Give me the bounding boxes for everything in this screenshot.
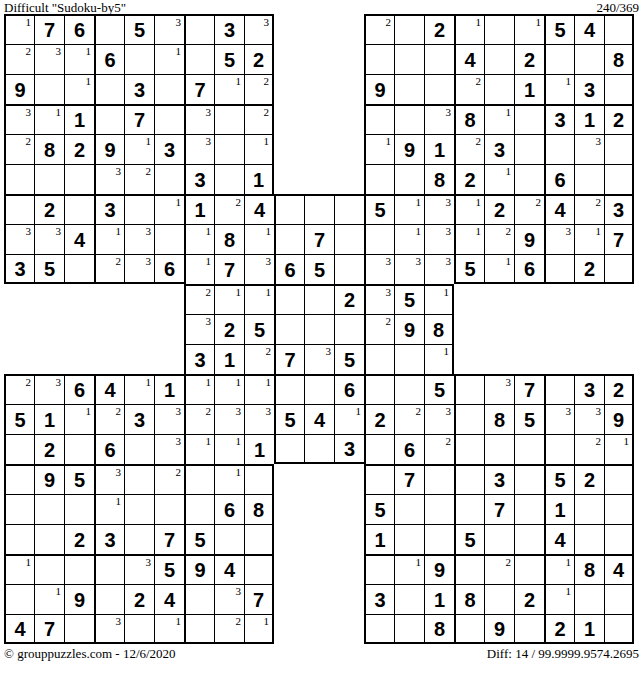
cell-r3c2[interactable]	[34, 74, 64, 104]
cell-r16c17[interactable]: 3	[484, 464, 514, 494]
cell-r17c8[interactable]: 6	[214, 494, 244, 524]
cell-r18c20[interactable]	[574, 524, 604, 554]
cell-r9c3[interactable]	[64, 254, 94, 284]
cell-r7c12[interactable]	[334, 194, 364, 224]
cell-r21c3[interactable]	[64, 614, 94, 644]
cell-r7c9[interactable]: 4	[244, 194, 274, 224]
cell-r11c8[interactable]: 2	[214, 314, 244, 344]
cell-r20c3[interactable]: 9	[64, 584, 94, 614]
cell-r21c16[interactable]	[454, 614, 484, 644]
cell-r4c8[interactable]	[214, 104, 244, 134]
cell-r20c13[interactable]: 3	[364, 584, 394, 614]
cell-r13c16[interactable]	[454, 374, 484, 404]
cell-r13c13[interactable]	[364, 374, 394, 404]
cell-r9c5[interactable]: 3	[124, 254, 154, 284]
cell-r15c19[interactable]	[544, 434, 574, 464]
cell-r20c6[interactable]: 4	[154, 584, 184, 614]
cell-r15c16[interactable]	[454, 434, 484, 464]
cell-r4c16[interactable]: 8	[454, 104, 484, 134]
cell-r16c8[interactable]: 1	[214, 464, 244, 494]
cell-r18c16[interactable]: 5	[454, 524, 484, 554]
cell-r21c9[interactable]: 1	[244, 614, 274, 644]
cell-r17c15[interactable]	[424, 494, 454, 524]
cell-r3c4[interactable]	[94, 74, 124, 104]
cell-r1c6[interactable]: 3	[154, 14, 184, 44]
cell-r17c4[interactable]: 1	[94, 494, 124, 524]
cell-r1c2[interactable]: 7	[34, 14, 64, 44]
cell-r19c21[interactable]: 4	[604, 554, 634, 584]
cell-r13c1[interactable]: 2	[4, 374, 34, 404]
cell-r2c20[interactable]	[574, 44, 604, 74]
cell-r18c19[interactable]: 4	[544, 524, 574, 554]
cell-r5c13[interactable]: 1	[364, 134, 394, 164]
cell-r9c11[interactable]: 5	[304, 254, 334, 284]
cell-r1c14[interactable]	[394, 14, 424, 44]
cell-r10c9[interactable]: 1	[244, 284, 274, 314]
cell-r1c5[interactable]: 5	[124, 14, 154, 44]
cell-r18c21[interactable]	[604, 524, 634, 554]
cell-r21c20[interactable]: 1	[574, 614, 604, 644]
cell-r15c8[interactable]: 1	[214, 434, 244, 464]
cell-r15c13[interactable]	[364, 434, 394, 464]
cell-r9c13[interactable]: 3	[364, 254, 394, 284]
cell-r14c17[interactable]: 8	[484, 404, 514, 434]
cell-r14c11[interactable]: 4	[304, 404, 334, 434]
cell-r17c14[interactable]	[394, 494, 424, 524]
cell-r21c1[interactable]: 4	[4, 614, 34, 644]
cell-r1c16[interactable]: 1	[454, 14, 484, 44]
cell-r21c17[interactable]: 9	[484, 614, 514, 644]
cell-r15c1[interactable]	[4, 434, 34, 464]
cell-r20c9[interactable]: 7	[244, 584, 274, 614]
cell-r3c6[interactable]	[154, 74, 184, 104]
cell-r16c2[interactable]: 9	[34, 464, 64, 494]
cell-r1c17[interactable]	[484, 14, 514, 44]
cell-r4c18[interactable]	[514, 104, 544, 134]
cell-r2c19[interactable]	[544, 44, 574, 74]
cell-r2c16[interactable]: 4	[454, 44, 484, 74]
cell-r8c13[interactable]	[364, 224, 394, 254]
cell-r14c4[interactable]: 2	[94, 404, 124, 434]
cell-r4c4[interactable]	[94, 104, 124, 134]
cell-r4c6[interactable]	[154, 104, 184, 134]
cell-r18c7[interactable]: 5	[184, 524, 214, 554]
cell-r6c4[interactable]: 3	[94, 164, 124, 194]
cell-r18c15[interactable]	[424, 524, 454, 554]
cell-r19c6[interactable]: 5	[154, 554, 184, 584]
cell-r6c21[interactable]	[604, 164, 634, 194]
cell-r3c18[interactable]: 1	[514, 74, 544, 104]
cell-r13c8[interactable]: 1	[214, 374, 244, 404]
cell-r17c13[interactable]: 5	[364, 494, 394, 524]
cell-r15c21[interactable]: 1	[604, 434, 634, 464]
cell-r2c5[interactable]	[124, 44, 154, 74]
cell-r13c18[interactable]: 7	[514, 374, 544, 404]
cell-r19c14[interactable]: 1	[394, 554, 424, 584]
cell-r7c18[interactable]: 2	[514, 194, 544, 224]
cell-r21c13[interactable]	[364, 614, 394, 644]
cell-r8c17[interactable]: 2	[484, 224, 514, 254]
cell-r9c12[interactable]	[334, 254, 364, 284]
cell-r10c15[interactable]: 1	[424, 284, 454, 314]
cell-r16c19[interactable]: 5	[544, 464, 574, 494]
cell-r19c7[interactable]: 9	[184, 554, 214, 584]
cell-r3c9[interactable]: 2	[244, 74, 274, 104]
cell-r15c3[interactable]	[64, 434, 94, 464]
cell-r19c19[interactable]: 1	[544, 554, 574, 584]
cell-r14c1[interactable]: 5	[4, 404, 34, 434]
cell-r13c19[interactable]	[544, 374, 574, 404]
cell-r5c8[interactable]	[214, 134, 244, 164]
cell-r3c19[interactable]: 1	[544, 74, 574, 104]
cell-r6c14[interactable]	[394, 164, 424, 194]
cell-r18c5[interactable]	[124, 524, 154, 554]
cell-r8c10[interactable]	[274, 224, 304, 254]
cell-r12c7[interactable]: 3	[184, 344, 214, 374]
cell-r15c17[interactable]	[484, 434, 514, 464]
cell-r7c1[interactable]	[4, 194, 34, 224]
cell-r3c1[interactable]: 9	[4, 74, 34, 104]
cell-r13c2[interactable]: 3	[34, 374, 64, 404]
cell-r13c17[interactable]: 3	[484, 374, 514, 404]
cell-r10c14[interactable]: 5	[394, 284, 424, 314]
cell-r8c11[interactable]: 7	[304, 224, 334, 254]
cell-r6c5[interactable]: 2	[124, 164, 154, 194]
cell-r7c4[interactable]: 3	[94, 194, 124, 224]
cell-r1c4[interactable]	[94, 14, 124, 44]
cell-r9c20[interactable]: 2	[574, 254, 604, 284]
cell-r17c7[interactable]	[184, 494, 214, 524]
cell-r5c4[interactable]: 9	[94, 134, 124, 164]
cell-r9c2[interactable]: 5	[34, 254, 64, 284]
cell-r16c6[interactable]: 2	[154, 464, 184, 494]
cell-r1c3[interactable]: 6	[64, 14, 94, 44]
cell-r8c8[interactable]: 8	[214, 224, 244, 254]
cell-r10c8[interactable]: 1	[214, 284, 244, 314]
cell-r17c5[interactable]	[124, 494, 154, 524]
cell-r14c15[interactable]: 3	[424, 404, 454, 434]
cell-r11c10[interactable]	[274, 314, 304, 344]
cell-r16c20[interactable]: 2	[574, 464, 604, 494]
cell-r9c18[interactable]: 6	[514, 254, 544, 284]
cell-r2c4[interactable]: 6	[94, 44, 124, 74]
cell-r14c8[interactable]: 3	[214, 404, 244, 434]
cell-r4c20[interactable]: 1	[574, 104, 604, 134]
cell-r13c5[interactable]: 1	[124, 374, 154, 404]
cell-r17c6[interactable]	[154, 494, 184, 524]
cell-r3c16[interactable]: 2	[454, 74, 484, 104]
cell-r15c18[interactable]	[514, 434, 544, 464]
cell-r16c18[interactable]	[514, 464, 544, 494]
cell-r21c15[interactable]: 8	[424, 614, 454, 644]
cell-r16c4[interactable]: 3	[94, 464, 124, 494]
cell-r17c2[interactable]	[34, 494, 64, 524]
cell-r5c2[interactable]: 8	[34, 134, 64, 164]
cell-r9c14[interactable]: 3	[394, 254, 424, 284]
cell-r17c19[interactable]: 1	[544, 494, 574, 524]
cell-r14c5[interactable]: 3	[124, 404, 154, 434]
cell-r20c7[interactable]	[184, 584, 214, 614]
cell-r7c19[interactable]: 4	[544, 194, 574, 224]
cell-r15c4[interactable]: 6	[94, 434, 124, 464]
cell-r5c6[interactable]: 3	[154, 134, 184, 164]
cell-r19c5[interactable]: 3	[124, 554, 154, 584]
cell-r5c19[interactable]	[544, 134, 574, 164]
cell-r1c18[interactable]: 1	[514, 14, 544, 44]
cell-r18c1[interactable]	[4, 524, 34, 554]
cell-r10c13[interactable]: 3	[364, 284, 394, 314]
cell-r2c8[interactable]: 5	[214, 44, 244, 74]
cell-r11c14[interactable]: 9	[394, 314, 424, 344]
cell-r1c15[interactable]: 2	[424, 14, 454, 44]
cell-r14c20[interactable]: 3	[574, 404, 604, 434]
cell-r6c8[interactable]	[214, 164, 244, 194]
cell-r21c8[interactable]: 2	[214, 614, 244, 644]
cell-r13c21[interactable]: 2	[604, 374, 634, 404]
cell-r7c8[interactable]: 2	[214, 194, 244, 224]
cell-r5c7[interactable]: 3	[184, 134, 214, 164]
cell-r6c18[interactable]	[514, 164, 544, 194]
cell-r9c16[interactable]: 5	[454, 254, 484, 284]
cell-r20c17[interactable]	[484, 584, 514, 614]
cell-r6c19[interactable]: 6	[544, 164, 574, 194]
cell-r4c17[interactable]: 1	[484, 104, 514, 134]
cell-r13c14[interactable]	[394, 374, 424, 404]
cell-r6c1[interactable]	[4, 164, 34, 194]
cell-r21c18[interactable]	[514, 614, 544, 644]
cell-r8c9[interactable]: 1	[244, 224, 274, 254]
cell-r10c7[interactable]: 2	[184, 284, 214, 314]
cell-r15c6[interactable]: 3	[154, 434, 184, 464]
cell-r18c13[interactable]: 1	[364, 524, 394, 554]
cell-r9c4[interactable]: 2	[94, 254, 124, 284]
cell-r15c5[interactable]	[124, 434, 154, 464]
cell-r6c6[interactable]	[154, 164, 184, 194]
cell-r6c15[interactable]: 8	[424, 164, 454, 194]
cell-r3c20[interactable]: 3	[574, 74, 604, 104]
cell-r5c21[interactable]	[604, 134, 634, 164]
cell-r4c14[interactable]	[394, 104, 424, 134]
cell-r18c6[interactable]: 7	[154, 524, 184, 554]
cell-r19c1[interactable]: 1	[4, 554, 34, 584]
cell-r8c19[interactable]: 3	[544, 224, 574, 254]
cell-r14c18[interactable]: 5	[514, 404, 544, 434]
cell-r15c9[interactable]: 1	[244, 434, 274, 464]
cell-r8c14[interactable]: 1	[394, 224, 424, 254]
cell-r20c16[interactable]: 8	[454, 584, 484, 614]
cell-r14c12[interactable]: 1	[334, 404, 364, 434]
cell-r5c15[interactable]: 1	[424, 134, 454, 164]
cell-r18c17[interactable]	[484, 524, 514, 554]
cell-r6c16[interactable]: 2	[454, 164, 484, 194]
cell-r12c15[interactable]: 1	[424, 344, 454, 374]
cell-r5c1[interactable]: 2	[4, 134, 34, 164]
cell-r18c18[interactable]	[514, 524, 544, 554]
cell-r12c8[interactable]: 1	[214, 344, 244, 374]
cell-r8c18[interactable]: 9	[514, 224, 544, 254]
cell-r8c16[interactable]: 1	[454, 224, 484, 254]
cell-r20c4[interactable]	[94, 584, 124, 614]
cell-r9c9[interactable]: 3	[244, 254, 274, 284]
cell-r4c1[interactable]: 3	[4, 104, 34, 134]
cell-r8c21[interactable]: 7	[604, 224, 634, 254]
cell-r17c18[interactable]	[514, 494, 544, 524]
cell-r6c3[interactable]	[64, 164, 94, 194]
cell-r7c10[interactable]	[274, 194, 304, 224]
cell-r7c7[interactable]: 1	[184, 194, 214, 224]
cell-r8c6[interactable]	[154, 224, 184, 254]
cell-r16c13[interactable]	[364, 464, 394, 494]
cell-r7c3[interactable]	[64, 194, 94, 224]
cell-r1c19[interactable]: 5	[544, 14, 574, 44]
cell-r9c21[interactable]	[604, 254, 634, 284]
cell-r8c15[interactable]: 3	[424, 224, 454, 254]
cell-r6c17[interactable]: 1	[484, 164, 514, 194]
cell-r15c15[interactable]: 2	[424, 434, 454, 464]
cell-r9c10[interactable]: 6	[274, 254, 304, 284]
cell-r15c7[interactable]: 1	[184, 434, 214, 464]
cell-r12c12[interactable]: 5	[334, 344, 364, 374]
cell-r16c1[interactable]	[4, 464, 34, 494]
cell-r4c5[interactable]: 7	[124, 104, 154, 134]
cell-r3c13[interactable]: 9	[364, 74, 394, 104]
cell-r5c18[interactable]	[514, 134, 544, 164]
cell-r10c11[interactable]	[304, 284, 334, 314]
cell-r9c7[interactable]: 1	[184, 254, 214, 284]
cell-r12c13[interactable]	[364, 344, 394, 374]
cell-r14c2[interactable]: 1	[34, 404, 64, 434]
cell-r8c12[interactable]	[334, 224, 364, 254]
cell-r21c14[interactable]	[394, 614, 424, 644]
cell-r2c3[interactable]: 1	[64, 44, 94, 74]
cell-r4c9[interactable]: 2	[244, 104, 274, 134]
cell-r11c12[interactable]	[334, 314, 364, 344]
cell-r21c19[interactable]: 2	[544, 614, 574, 644]
cell-r19c4[interactable]	[94, 554, 124, 584]
cell-r19c18[interactable]	[514, 554, 544, 584]
cell-r7c16[interactable]: 1	[454, 194, 484, 224]
cell-r1c9[interactable]: 3	[244, 14, 274, 44]
cell-r11c13[interactable]: 2	[364, 314, 394, 344]
cell-r17c3[interactable]	[64, 494, 94, 524]
cell-r9c15[interactable]: 3	[424, 254, 454, 284]
cell-r14c19[interactable]: 3	[544, 404, 574, 434]
cell-r18c8[interactable]	[214, 524, 244, 554]
cell-r5c3[interactable]: 2	[64, 134, 94, 164]
cell-r1c21[interactable]	[604, 14, 634, 44]
cell-r5c17[interactable]: 3	[484, 134, 514, 164]
cell-r8c3[interactable]: 4	[64, 224, 94, 254]
cell-r15c14[interactable]: 6	[394, 434, 424, 464]
cell-r15c2[interactable]: 2	[34, 434, 64, 464]
cell-r20c18[interactable]: 2	[514, 584, 544, 614]
cell-r4c13[interactable]	[364, 104, 394, 134]
cell-r3c21[interactable]	[604, 74, 634, 104]
cell-r8c4[interactable]: 1	[94, 224, 124, 254]
cell-r16c7[interactable]	[184, 464, 214, 494]
cell-r18c9[interactable]	[244, 524, 274, 554]
cell-r21c7[interactable]	[184, 614, 214, 644]
cell-r7c21[interactable]: 3	[604, 194, 634, 224]
cell-r13c6[interactable]: 1	[154, 374, 184, 404]
cell-r2c18[interactable]: 2	[514, 44, 544, 74]
cell-r7c6[interactable]: 1	[154, 194, 184, 224]
cell-r1c20[interactable]: 4	[574, 14, 604, 44]
cell-r13c10[interactable]	[274, 374, 304, 404]
cell-r19c16[interactable]	[454, 554, 484, 584]
cell-r2c15[interactable]	[424, 44, 454, 74]
cell-r19c8[interactable]: 4	[214, 554, 244, 584]
cell-r21c5[interactable]	[124, 614, 154, 644]
cell-r20c5[interactable]: 2	[124, 584, 154, 614]
cell-r15c20[interactable]: 2	[574, 434, 604, 464]
cell-r6c9[interactable]: 1	[244, 164, 274, 194]
cell-r14c16[interactable]	[454, 404, 484, 434]
cell-r19c17[interactable]: 2	[484, 554, 514, 584]
cell-r18c2[interactable]	[34, 524, 64, 554]
cell-r7c13[interactable]: 5	[364, 194, 394, 224]
cell-r14c9[interactable]: 3	[244, 404, 274, 434]
cell-r13c11[interactable]	[304, 374, 334, 404]
cell-r20c19[interactable]: 1	[544, 584, 574, 614]
cell-r3c14[interactable]	[394, 74, 424, 104]
cell-r17c17[interactable]: 7	[484, 494, 514, 524]
cell-r19c2[interactable]	[34, 554, 64, 584]
cell-r2c14[interactable]	[394, 44, 424, 74]
cell-r9c17[interactable]: 1	[484, 254, 514, 284]
cell-r16c21[interactable]	[604, 464, 634, 494]
cell-r6c2[interactable]	[34, 164, 64, 194]
cell-r4c2[interactable]: 1	[34, 104, 64, 134]
cell-r10c12[interactable]: 2	[334, 284, 364, 314]
cell-r20c1[interactable]	[4, 584, 34, 614]
cell-r16c3[interactable]: 5	[64, 464, 94, 494]
cell-r2c9[interactable]: 2	[244, 44, 274, 74]
cell-r14c14[interactable]: 2	[394, 404, 424, 434]
cell-r8c20[interactable]: 1	[574, 224, 604, 254]
cell-r2c21[interactable]: 8	[604, 44, 634, 74]
cell-r21c4[interactable]: 3	[94, 614, 124, 644]
cell-r7c17[interactable]: 2	[484, 194, 514, 224]
cell-r14c21[interactable]: 9	[604, 404, 634, 434]
cell-r14c3[interactable]: 1	[64, 404, 94, 434]
cell-r3c8[interactable]: 1	[214, 74, 244, 104]
cell-r8c7[interactable]: 1	[184, 224, 214, 254]
cell-r1c1[interactable]: 1	[4, 14, 34, 44]
cell-r18c14[interactable]	[394, 524, 424, 554]
cell-r9c8[interactable]: 7	[214, 254, 244, 284]
cell-r7c14[interactable]: 1	[394, 194, 424, 224]
cell-r20c8[interactable]: 3	[214, 584, 244, 614]
cell-r17c9[interactable]: 8	[244, 494, 274, 524]
cell-r20c20[interactable]	[574, 584, 604, 614]
cell-r16c9[interactable]	[244, 464, 274, 494]
cell-r16c15[interactable]	[424, 464, 454, 494]
cell-r17c21[interactable]	[604, 494, 634, 524]
cell-r17c16[interactable]	[454, 494, 484, 524]
cell-r6c7[interactable]: 3	[184, 164, 214, 194]
cell-r10c10[interactable]	[274, 284, 304, 314]
cell-r11c9[interactable]: 5	[244, 314, 274, 344]
cell-r8c2[interactable]: 3	[34, 224, 64, 254]
cell-r12c10[interactable]: 7	[274, 344, 304, 374]
cell-r6c13[interactable]	[364, 164, 394, 194]
cell-r5c20[interactable]: 3	[574, 134, 604, 164]
cell-r13c12[interactable]: 6	[334, 374, 364, 404]
cell-r2c2[interactable]: 3	[34, 44, 64, 74]
cell-r13c20[interactable]: 3	[574, 374, 604, 404]
cell-r4c15[interactable]: 3	[424, 104, 454, 134]
